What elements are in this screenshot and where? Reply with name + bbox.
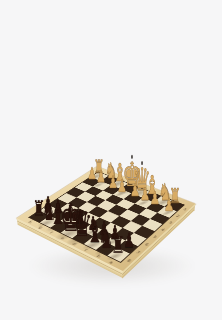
chess-set-product-photo: hgfedcba 12345678 ♜♞♝♚♛♝♞♜♟♟♟♟♟♟♟♟♟♟♟♟♟♟… xyxy=(0,0,222,320)
pieces-layer: ♜♞♝♚♛♝♞♜♟♟♟♟♟♟♟♟♟♟♟♟♟♟♟♟♜♞♝♚♛♝♞♜ xyxy=(0,0,222,320)
piece-finial xyxy=(141,161,143,165)
piece-black-pawn-a7: ♟ xyxy=(123,230,135,250)
piece-white-pawn-d2: ♟ xyxy=(130,183,140,200)
piece-black-rook-a8: ♜ xyxy=(111,234,125,258)
piece-white-pawn-b2: ♟ xyxy=(150,190,160,208)
piece-white-pawn-g2: ♟ xyxy=(96,169,106,186)
piece-white-pawn-c2: ♟ xyxy=(140,186,150,204)
piece-finial xyxy=(131,155,133,159)
piece-white-pawn-a2: ♟ xyxy=(164,196,174,214)
piece-white-pawn-e2: ♟ xyxy=(117,178,127,195)
